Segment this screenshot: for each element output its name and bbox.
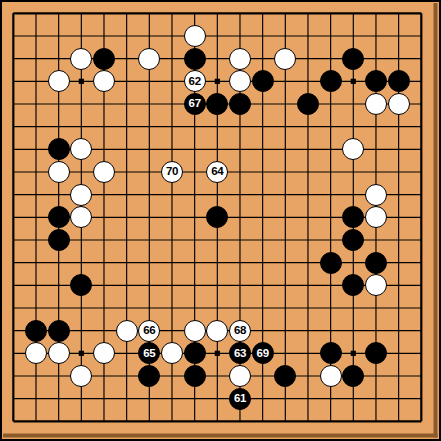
black-stone <box>48 206 70 228</box>
black-stone <box>206 93 228 115</box>
black-stone-move-67: 67 <box>184 93 206 115</box>
black-stone <box>25 320 47 342</box>
white-stone-move-64: 64 <box>206 161 228 183</box>
white-stone <box>388 93 410 115</box>
black-stone <box>48 229 70 251</box>
black-stone <box>184 48 206 70</box>
white-stone <box>365 274 387 296</box>
white-stone <box>70 184 92 206</box>
white-stone <box>48 342 70 364</box>
white-stone <box>161 342 183 364</box>
black-stone-move-61: 61 <box>229 388 251 410</box>
black-stone <box>342 365 364 387</box>
white-stone <box>184 25 206 47</box>
black-stone <box>138 365 160 387</box>
black-stone <box>365 252 387 274</box>
white-stone <box>70 365 92 387</box>
white-stone <box>70 206 92 228</box>
white-stone <box>70 48 92 70</box>
board-grid[interactable]: 62677064666865636961 <box>2 2 433 433</box>
black-stone-move-65: 65 <box>138 342 160 364</box>
black-stone <box>342 274 364 296</box>
white-stone <box>342 138 364 160</box>
white-stone <box>93 342 115 364</box>
white-stone-move-66: 66 <box>138 320 160 342</box>
black-stone <box>342 229 364 251</box>
black-stone <box>48 320 70 342</box>
white-stone <box>93 70 115 92</box>
black-stone <box>184 365 206 387</box>
white-stone-move-62: 62 <box>184 70 206 92</box>
white-stone <box>320 365 342 387</box>
black-stone <box>184 342 206 364</box>
black-stone-move-63: 63 <box>229 342 251 364</box>
black-stone <box>252 70 274 92</box>
white-stone <box>229 48 251 70</box>
black-stone-move-69: 69 <box>252 342 274 364</box>
black-stone <box>70 274 92 296</box>
black-stone <box>229 93 251 115</box>
black-stone <box>342 206 364 228</box>
white-stone-move-70: 70 <box>161 161 183 183</box>
black-stone <box>274 365 296 387</box>
black-stone <box>320 252 342 274</box>
black-stone <box>365 342 387 364</box>
white-stone <box>229 70 251 92</box>
black-stone <box>342 48 364 70</box>
white-stone <box>70 138 92 160</box>
go-board-diagram: 62677064666865636961 <box>0 0 441 441</box>
black-stone <box>365 70 387 92</box>
white-stone <box>365 206 387 228</box>
white-stone <box>25 342 47 364</box>
white-stone <box>93 161 115 183</box>
white-stone <box>138 48 160 70</box>
white-stone <box>116 320 138 342</box>
white-stone <box>184 320 206 342</box>
black-stone <box>48 138 70 160</box>
black-stone <box>388 70 410 92</box>
white-stone <box>48 70 70 92</box>
white-stone-move-68: 68 <box>229 320 251 342</box>
black-stone <box>297 93 319 115</box>
white-stone <box>274 48 296 70</box>
black-stone <box>320 342 342 364</box>
black-stone <box>93 48 115 70</box>
white-stone <box>229 365 251 387</box>
black-stone <box>320 70 342 92</box>
white-stone <box>365 184 387 206</box>
white-stone <box>365 93 387 115</box>
white-stone <box>48 161 70 183</box>
white-stone <box>206 320 228 342</box>
black-stone <box>206 206 228 228</box>
